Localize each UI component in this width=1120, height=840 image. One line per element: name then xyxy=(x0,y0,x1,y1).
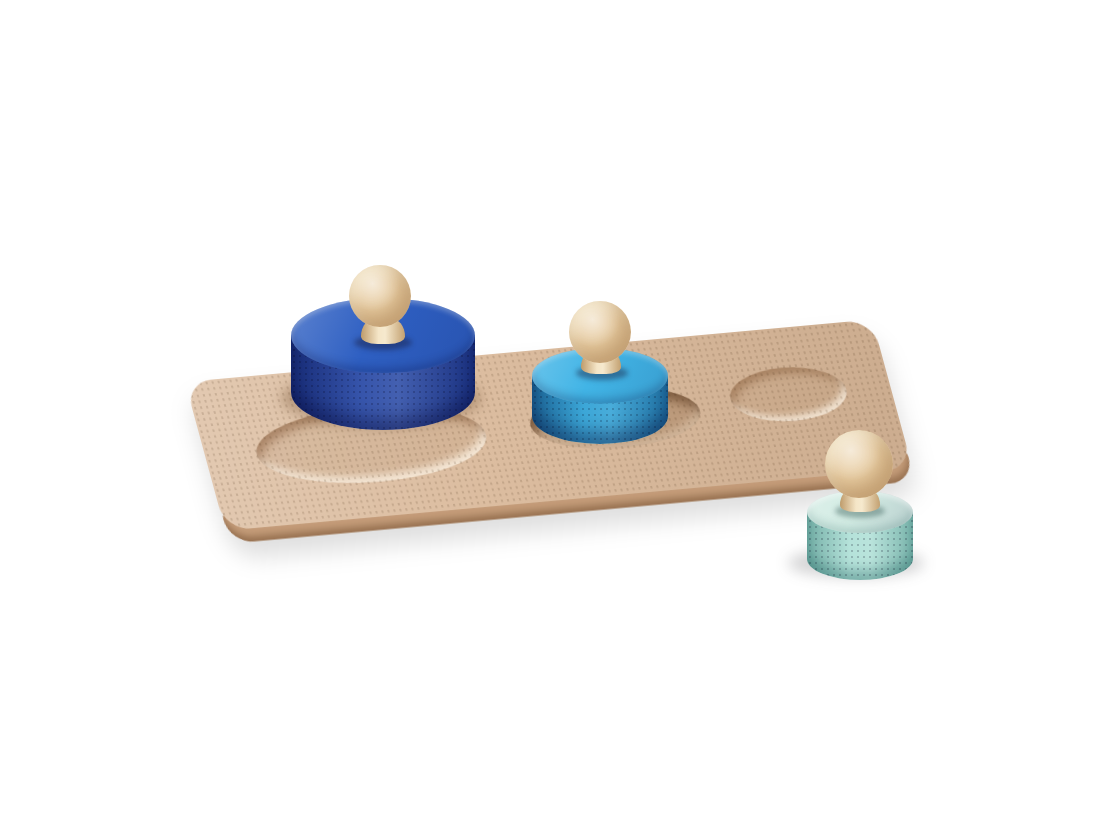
piece-medium-blue-disc[interactable] xyxy=(532,300,672,452)
recess-small[interactable] xyxy=(723,363,853,426)
knob-ball[interactable] xyxy=(825,430,893,498)
piece-large-blue-disc[interactable] xyxy=(291,263,477,445)
knob-ball[interactable] xyxy=(349,265,411,327)
knob-ball[interactable] xyxy=(569,301,631,363)
piece-small-mint-disc[interactable] xyxy=(806,430,918,590)
product-photo-scene xyxy=(0,0,1120,840)
